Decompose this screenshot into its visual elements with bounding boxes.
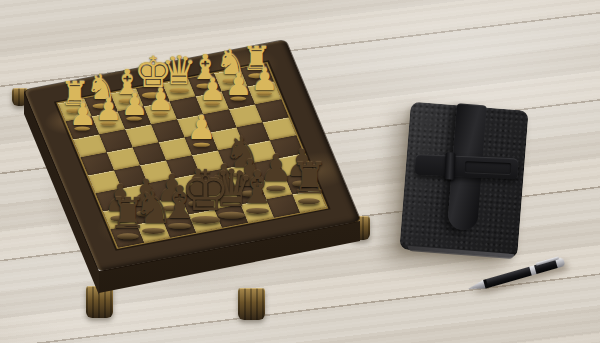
rook-glyph: ♜ — [108, 193, 146, 235]
board-foot — [238, 288, 265, 320]
piece-white-pawn-g2[interactable]: ♟ — [95, 94, 123, 126]
pawn-glyph: ♟ — [95, 94, 123, 124]
piece-white-pawn-h2[interactable]: ♟ — [69, 99, 97, 131]
piece-black-rook-a8[interactable]: ♜ — [290, 158, 328, 204]
pawn-glyph: ♟ — [147, 84, 175, 114]
piece-black-rook-h8[interactable]: ♜ — [108, 193, 146, 239]
pawn-glyph: ♟ — [251, 64, 279, 94]
embossed-logo — [465, 161, 511, 174]
piece-white-pawn-e2[interactable]: ♟ — [147, 84, 175, 116]
notebook-band-keeper — [444, 152, 455, 179]
notebook-band — [415, 154, 519, 179]
pawn-glyph: ♟ — [121, 89, 149, 119]
rook-glyph: ♜ — [290, 158, 328, 200]
pawn-glyph: ♟ — [199, 74, 227, 104]
piece-white-pawn-d4[interactable]: ♟ — [187, 112, 217, 147]
piece-white-pawn-f2[interactable]: ♟ — [121, 89, 149, 121]
pawn-glyph: ♟ — [187, 112, 217, 145]
pawn-glyph: ♟ — [69, 99, 97, 129]
piece-white-pawn-c2[interactable]: ♟ — [199, 74, 227, 106]
product-photo-scene: ♜♞♝♛♟♚♟♝♟♞♜♟♟♟♟♟♞♟♟♟♟♜♟♟♝♟♛♟♚♝♞♜ — [0, 0, 600, 343]
piece-white-pawn-a2[interactable]: ♟ — [251, 64, 279, 96]
pawn-glyph: ♟ — [225, 69, 253, 99]
notebook[interactable] — [399, 102, 528, 259]
piece-white-pawn-b2[interactable]: ♟ — [225, 69, 253, 101]
